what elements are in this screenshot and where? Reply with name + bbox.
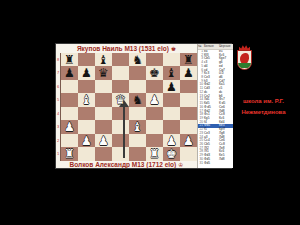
square-a1[interactable]: ♜ [61,147,78,161]
square-c5[interactable] [95,93,112,107]
black-rook: ♜ [61,53,78,67]
square-d3[interactable] [112,120,129,134]
square-g3[interactable] [163,120,180,134]
square-g5[interactable] [163,93,180,107]
school-logo [236,45,253,73]
black-move[interactable] [219,162,233,166]
player-top-name: Якупов Наиль М13 (1531 elo) [77,45,169,52]
square-a4[interactable] [61,107,78,121]
ground-strip [238,63,251,68]
board-column: Якупов Наиль М13 (1531 elo) ♚ 87654321 ♜… [56,44,197,168]
square-c8[interactable]: ♝ [95,53,112,67]
square-g6[interactable]: ♟ [163,80,180,94]
crown-icon [239,45,250,50]
black-pawn: ♟ [180,66,197,80]
white-king: ♚ [163,147,180,161]
white-pawn: ♟ [163,134,180,148]
square-a2[interactable] [61,134,78,148]
black-pawn: ♟ [163,80,180,94]
square-b7[interactable]: ♟ [78,66,95,80]
square-b4[interactable] [78,107,95,121]
white-pawn: ♟ [61,120,78,134]
white-rook: ♜ [61,147,78,161]
square-e8[interactable]: ♞ [129,53,146,67]
square-f5[interactable]: ♟ [146,93,163,107]
square-e5[interactable]: ♞ [129,93,146,107]
square-f7[interactable]: ♚ [146,66,163,80]
square-e2[interactable] [129,134,146,148]
game-card: Якупов Наиль М13 (1531 elo) ♚ 87654321 ♜… [55,43,232,169]
square-h1[interactable] [180,147,197,161]
square-h5[interactable] [180,93,197,107]
white-bishop: ♝ [78,93,95,107]
square-b5[interactable]: ♝ [78,93,95,107]
square-d8[interactable] [112,53,129,67]
square-h3[interactable] [180,120,197,134]
black-knight: ♞ [129,53,146,67]
school-caption-line1: школа им. Р.Г. [227,96,300,107]
square-f4[interactable] [146,107,163,121]
square-b8[interactable] [78,53,95,67]
white-king-icon: ♔ [178,161,183,168]
square-d5[interactable]: ♛ [112,93,129,107]
square-a8[interactable]: ♜ [61,53,78,67]
square-g2[interactable]: ♟ [163,134,180,148]
square-g1[interactable]: ♚ [163,147,180,161]
school-caption: школа им. Р.Г. Нежметдинова [227,96,300,118]
square-c2[interactable]: ♟ [95,134,112,148]
square-c4[interactable] [95,107,112,121]
black-bishop: ♝ [163,66,180,80]
square-c7[interactable]: ♛ [95,66,112,80]
square-f2[interactable] [146,134,163,148]
square-b1[interactable] [78,147,95,161]
square-g8[interactable] [163,53,180,67]
shield-icon [237,50,252,70]
square-f8[interactable] [146,53,163,67]
black-pawn: ♟ [78,66,95,80]
square-d7[interactable] [112,66,129,80]
square-d1[interactable] [112,147,129,161]
black-queen: ♛ [95,66,112,80]
white-pawn: ♟ [180,134,197,148]
square-e1[interactable] [129,147,146,161]
square-e6[interactable] [129,80,146,94]
square-e4[interactable] [129,107,146,121]
square-c6[interactable] [95,80,112,94]
black-pawn: ♟ [61,66,78,80]
square-h6[interactable] [180,80,197,94]
move-arrow-shaft [123,106,125,158]
white-pawn: ♟ [146,93,163,107]
square-f6[interactable] [146,80,163,94]
player-bottom-bar: Волков Александр М13 (1712 elo) ♔ [56,161,197,168]
black-rook: ♜ [180,53,197,67]
move-row-31[interactable]: 31Фd5 [198,162,233,166]
square-e3[interactable]: ♝ [129,120,146,134]
school-caption-line2: Нежметдинова [227,107,300,118]
square-e7[interactable] [129,66,146,80]
square-d6[interactable] [112,80,129,94]
square-d4[interactable] [112,107,129,121]
square-h8[interactable]: ♜ [180,53,197,67]
white-queen: ♛ [112,93,129,107]
square-g4[interactable] [163,107,180,121]
white-move[interactable]: Фd5 [204,162,219,166]
white-pawn: ♟ [78,134,95,148]
square-g7[interactable]: ♝ [163,66,180,80]
square-h2[interactable]: ♟ [180,134,197,148]
square-b2[interactable]: ♟ [78,134,95,148]
square-c1[interactable] [95,147,112,161]
header-black: Черные [219,44,234,49]
square-b6[interactable] [78,80,95,94]
square-b3[interactable] [78,120,95,134]
square-a6[interactable] [61,80,78,94]
black-king-icon: ♚ [171,45,176,52]
white-rook: ♜ [146,147,163,161]
square-a5[interactable] [61,93,78,107]
player-bottom-name: Волков Александр М13 (1712 elo) [70,161,177,168]
square-a3[interactable]: ♟ [61,120,78,134]
header-white: Белые [204,44,219,49]
square-c3[interactable] [95,120,112,134]
black-knight: ♞ [129,93,146,107]
square-a7[interactable]: ♟ [61,66,78,80]
square-d2[interactable] [112,134,129,148]
square-f1[interactable]: ♜ [146,147,163,161]
board-wrap: 87654321 ♜♝♞♜♟♟♛♚♝♟♟♝♛♞♟♟♝♟♟♟♟♜♜♚ [56,53,197,161]
white-pawn: ♟ [95,134,112,148]
black-king: ♚ [146,66,163,80]
square-h4[interactable] [180,107,197,121]
player-top-bar: Якупов Наиль М13 (1531 elo) ♚ [56,44,197,53]
square-h7[interactable]: ♟ [180,66,197,80]
square-f3[interactable] [146,120,163,134]
white-bishop: ♝ [129,120,146,134]
black-bishop: ♝ [95,53,112,67]
chess-board[interactable]: ♜♝♞♜♟♟♛♚♝♟♟♝♛♞♟♟♝♟♟♟♟♜♜♚ [60,53,197,161]
